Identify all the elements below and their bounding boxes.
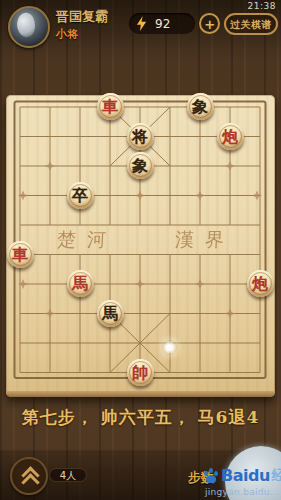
watermark-brand: Baidu — [221, 466, 270, 485]
piece-red-cannon[interactable]: 炮 — [217, 123, 244, 150]
app-screen: 21:38 晋国复霸 小将 92 ＋ 过关棋谱 楚河 漢界 車象将炮象卒車馬炮馬… — [0, 0, 281, 500]
xiangqi-board[interactable]: 楚河 漢界 車象将炮象卒車馬炮馬帥 — [6, 95, 275, 397]
last-move-origin-dot — [162, 340, 177, 355]
piece-black-horse[interactable]: 馬 — [97, 300, 124, 327]
board-grid[interactable]: 車象将炮象卒車馬炮馬帥 — [5, 92, 275, 387]
players-count: 4人 — [49, 468, 87, 482]
stage-title: 晋国复霸 — [56, 8, 108, 26]
add-energy-button[interactable]: ＋ — [199, 13, 220, 34]
piece-red-general[interactable]: 帥 — [127, 359, 154, 386]
status-time: 21:38 — [248, 1, 276, 11]
piece-black-elephant[interactable]: 象 — [187, 93, 214, 120]
piece-red-chariot[interactable]: 車 — [97, 93, 124, 120]
piece-red-cannon[interactable]: 炮 — [247, 270, 274, 297]
lightning-icon — [136, 16, 147, 31]
piece-red-chariot[interactable]: 車 — [7, 241, 34, 268]
piece-black-general[interactable]: 将 — [127, 123, 154, 150]
piece-black-elephant[interactable]: 象 — [127, 152, 154, 179]
player-rank: 小将 — [56, 27, 78, 42]
piece-black-soldier[interactable]: 卒 — [67, 182, 94, 209]
piece-red-horse[interactable]: 馬 — [67, 270, 94, 297]
move-caption: 第七步， 帅六平五， 马6退4 — [0, 406, 281, 429]
records-button[interactable]: 过关棋谱 — [224, 13, 278, 35]
energy-pill: 92 — [129, 13, 195, 34]
watermark-suffix: 经验 — [272, 467, 281, 485]
paw-icon — [203, 467, 220, 484]
avatar[interactable] — [8, 6, 50, 48]
energy-value: 92 — [155, 17, 170, 31]
watermark-url: jingyan.baidu... — [205, 487, 279, 497]
expand-button[interactable] — [10, 457, 48, 495]
watermark: Baidu 经验 — [203, 466, 281, 485]
